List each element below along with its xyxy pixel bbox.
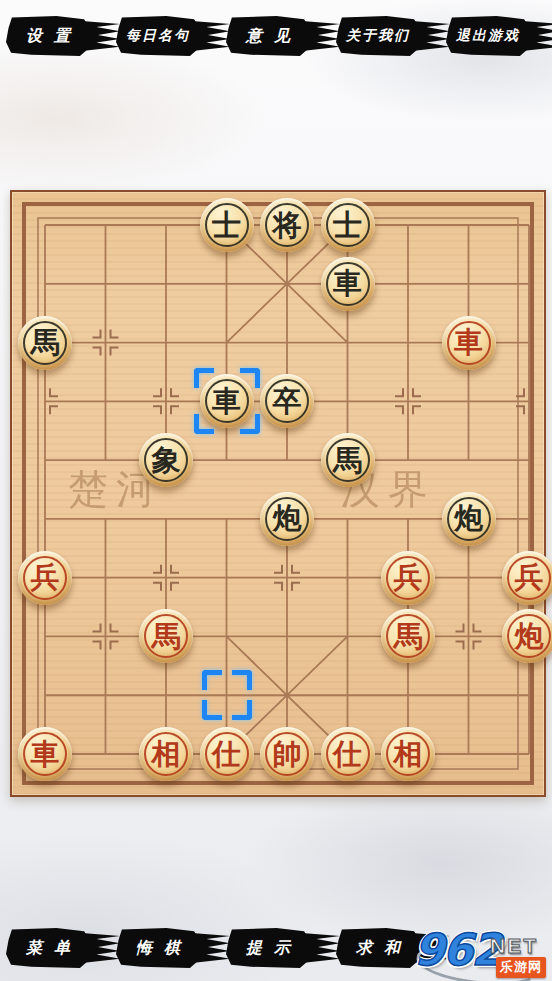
exit-game-button[interactable]: 退出游戏 — [446, 16, 552, 56]
menu-button-label: 菜单 — [6, 928, 90, 968]
hint-button[interactable]: 提示 — [226, 928, 334, 968]
piece-black-advisor[interactable]: 士 — [321, 198, 375, 252]
piece-black-soldier[interactable]: 卒 — [260, 374, 314, 428]
daily-quote-button-label: 每日名句 — [116, 16, 200, 56]
piece-red-elephant[interactable]: 相 — [139, 727, 193, 781]
site-logo: 962 NET 乐游网 — [414, 930, 550, 980]
piece-red-advisor[interactable]: 仕 — [200, 727, 254, 781]
feedback-button-label: 意见 — [226, 16, 310, 56]
logo-number: 962 — [414, 924, 500, 975]
piece-red-soldier[interactable]: 兵 — [18, 551, 72, 605]
piece-red-cannon[interactable]: 炮 — [502, 609, 552, 663]
piece-red-soldier[interactable]: 兵 — [381, 551, 435, 605]
top-nav: 设置 每日名句 意见 关于我们 退出游戏 — [0, 16, 552, 62]
settings-button-label: 设置 — [6, 16, 90, 56]
piece-black-chariot[interactable]: 車 — [200, 374, 254, 428]
piece-red-elephant[interactable]: 相 — [381, 727, 435, 781]
piece-black-horse[interactable]: 馬 — [321, 433, 375, 487]
menu-button[interactable]: 菜单 — [6, 928, 114, 968]
about-us-button[interactable]: 关于我们 — [336, 16, 444, 56]
settings-button[interactable]: 设置 — [6, 16, 114, 56]
piece-black-general[interactable]: 将 — [260, 198, 314, 252]
piece-black-advisor[interactable]: 士 — [200, 198, 254, 252]
piece-red-chariot[interactable]: 車 — [442, 316, 496, 370]
piece-red-chariot[interactable]: 車 — [18, 727, 72, 781]
piece-black-cannon[interactable]: 炮 — [260, 492, 314, 546]
piece-red-general[interactable]: 帥 — [260, 727, 314, 781]
feedback-button[interactable]: 意见 — [226, 16, 334, 56]
offer-draw-button-label: 求和 — [336, 928, 420, 968]
logo-site-name: 乐游网 — [496, 957, 546, 978]
xiangqi-board[interactable]: 楚河 汉界 士将士車馬車車卒象馬炮炮兵兵兵馬馬炮車相仕帥仕相 — [10, 190, 546, 797]
piece-black-horse[interactable]: 馬 — [18, 316, 72, 370]
undo-move-button[interactable]: 悔棋 — [116, 928, 224, 968]
about-us-button-label: 关于我们 — [336, 16, 420, 56]
hint-button-label: 提示 — [226, 928, 310, 968]
piece-red-advisor[interactable]: 仕 — [321, 727, 375, 781]
exit-game-button-label: 退出游戏 — [446, 16, 530, 56]
piece-black-chariot[interactable]: 車 — [321, 257, 375, 311]
daily-quote-button[interactable]: 每日名句 — [116, 16, 224, 56]
piece-red-soldier[interactable]: 兵 — [502, 551, 552, 605]
undo-move-button-label: 悔棋 — [116, 928, 200, 968]
piece-black-cannon[interactable]: 炮 — [442, 492, 496, 546]
piece-black-elephant[interactable]: 象 — [139, 433, 193, 487]
logo-net-text: NET — [490, 934, 538, 958]
